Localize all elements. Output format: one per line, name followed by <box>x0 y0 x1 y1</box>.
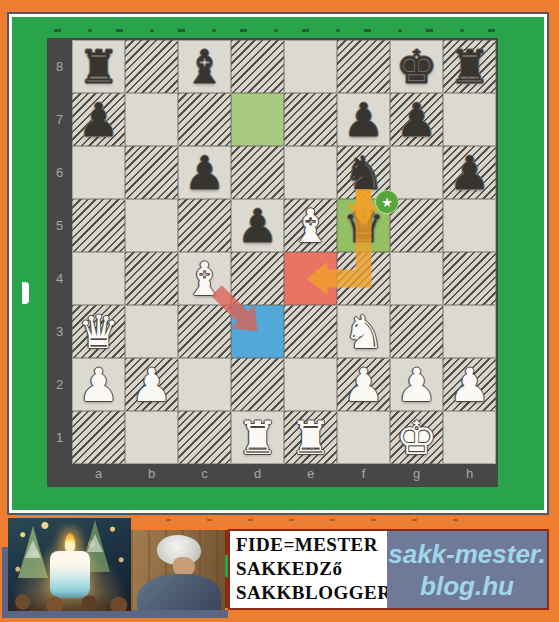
square-h7[interactable] <box>443 93 496 146</box>
cropped-top-strip <box>54 29 499 32</box>
portrait-jacket <box>137 574 221 610</box>
square-b7[interactable] <box>125 93 178 146</box>
chess-master-portrait-photo <box>131 530 225 610</box>
black-pawn: ♟ <box>78 97 119 143</box>
pinecones <box>8 591 131 611</box>
square-g5[interactable] <box>390 199 443 252</box>
square-e8[interactable] <box>284 40 337 93</box>
square-c6[interactable]: ♟ <box>178 146 231 199</box>
square-f1[interactable] <box>337 411 390 464</box>
square-g3[interactable] <box>390 305 443 358</box>
square-f3[interactable]: ♞ <box>337 305 390 358</box>
white-rook: ♜ <box>237 415 278 461</box>
square-g2[interactable]: ♟ <box>390 358 443 411</box>
banner-line-3: SAKKBLOGGER <box>236 581 387 605</box>
white-pawn: ♟ <box>449 362 490 408</box>
square-b2[interactable]: ♟ <box>125 358 178 411</box>
black-rook: ♜ <box>449 44 490 90</box>
square-a7[interactable]: ♟ <box>72 93 125 146</box>
white-pawn: ♟ <box>396 362 437 408</box>
black-pawn: ♟ <box>449 150 490 196</box>
white-pawn: ♟ <box>343 362 384 408</box>
file-label-d: d <box>231 466 284 485</box>
blog-url-line-2: blog.hu <box>420 570 514 602</box>
square-g1[interactable]: ♚ <box>390 411 443 464</box>
footer-shadow-bottom <box>2 610 228 618</box>
square-d4[interactable] <box>231 252 284 305</box>
square-b4[interactable] <box>125 252 178 305</box>
square-g8[interactable]: ♚ <box>390 40 443 93</box>
square-f4[interactable] <box>337 252 390 305</box>
square-h6[interactable]: ♟ <box>443 146 496 199</box>
black-pawn: ♟ <box>237 203 278 249</box>
square-a8[interactable]: ♜ <box>72 40 125 93</box>
blog-url-line-1: sakk-mester. <box>388 538 546 570</box>
square-a3[interactable]: ♛ <box>72 305 125 358</box>
file-label-a: a <box>72 466 125 485</box>
square-h3[interactable] <box>443 305 496 358</box>
board-grid[interactable]: ♜♝♚♜♟♟♟♟♞♟♟♝♛♝♛♞♟♟♟♟♟♜♜♚ <box>72 40 496 464</box>
square-g4[interactable] <box>390 252 443 305</box>
rank-labels: 87654321 <box>47 40 72 464</box>
square-a4[interactable] <box>72 252 125 305</box>
black-king: ♚ <box>396 44 437 90</box>
square-c1[interactable] <box>178 411 231 464</box>
square-f8[interactable] <box>337 40 390 93</box>
square-a6[interactable] <box>72 146 125 199</box>
blog-url-box: sakk-mester. blog.hu <box>387 531 547 608</box>
square-c5[interactable] <box>178 199 231 252</box>
white-bishop: ♝ <box>184 256 225 302</box>
square-e4[interactable] <box>284 252 337 305</box>
square-c7[interactable] <box>178 93 231 146</box>
white-pawn: ♟ <box>78 362 119 408</box>
square-d3[interactable] <box>231 305 284 358</box>
rank-label-3: 3 <box>47 305 72 358</box>
square-b8[interactable] <box>125 40 178 93</box>
square-h2[interactable]: ♟ <box>443 358 496 411</box>
file-label-b: b <box>125 466 178 485</box>
square-d7[interactable] <box>231 93 284 146</box>
square-b6[interactable] <box>125 146 178 199</box>
square-d8[interactable] <box>231 40 284 93</box>
file-label-e: e <box>284 466 337 485</box>
square-e6[interactable] <box>284 146 337 199</box>
square-d2[interactable] <box>231 358 284 411</box>
tree-icon <box>18 526 48 578</box>
white-rook: ♜ <box>290 415 331 461</box>
footer-banner: FIDE=MESTER SAKKEDZő SAKKBLOGGER sakk-me… <box>228 529 549 610</box>
white-queen: ♛ <box>78 309 119 355</box>
square-b5[interactable] <box>125 199 178 252</box>
black-knight: ♞ <box>343 150 384 196</box>
square-e1[interactable]: ♜ <box>284 411 337 464</box>
black-pawn: ♟ <box>343 97 384 143</box>
square-h5[interactable] <box>443 199 496 252</box>
file-label-f: f <box>337 466 390 485</box>
left-edge-notch <box>22 282 29 304</box>
square-c4[interactable]: ♝ <box>178 252 231 305</box>
black-rook: ♜ <box>78 44 119 90</box>
candle-flame <box>64 533 75 553</box>
rank-label-4: 4 <box>47 252 72 305</box>
black-bishop: ♝ <box>184 44 225 90</box>
square-e3[interactable] <box>284 305 337 358</box>
title-box: FIDE=MESTER SAKKEDZő SAKKBLOGGER <box>230 531 387 608</box>
white-knight: ♞ <box>343 309 384 355</box>
square-d5[interactable]: ♟ <box>231 199 284 252</box>
square-f2[interactable]: ♟ <box>337 358 390 411</box>
christmas-candle-photo <box>8 518 131 611</box>
file-labels: abcdefgh <box>72 466 496 485</box>
file-label-c: c <box>178 466 231 485</box>
square-h1[interactable] <box>443 411 496 464</box>
square-e7[interactable] <box>284 93 337 146</box>
square-c3[interactable] <box>178 305 231 358</box>
square-c2[interactable] <box>178 358 231 411</box>
square-b1[interactable] <box>125 411 178 464</box>
black-pawn: ♟ <box>184 150 225 196</box>
square-c8[interactable]: ♝ <box>178 40 231 93</box>
rank-label-2: 2 <box>47 358 72 411</box>
square-b3[interactable] <box>125 305 178 358</box>
square-h4[interactable] <box>443 252 496 305</box>
square-a1[interactable] <box>72 411 125 464</box>
cropped-bottom-strip <box>84 519 469 521</box>
square-g6[interactable] <box>390 146 443 199</box>
banner-line-1: FIDE=MESTER <box>236 533 387 557</box>
rank-label-1: 1 <box>47 411 72 464</box>
chess-board: 87654321 ♜♝♚♜♟♟♟♟♞♟♟♝♛♝♛♞♟♟♟♟♟♜♜♚ abcdef… <box>47 38 498 487</box>
square-f7[interactable]: ♟ <box>337 93 390 146</box>
rank-label-5: 5 <box>47 199 72 252</box>
file-label-g: g <box>390 466 443 485</box>
white-pawn: ♟ <box>131 362 172 408</box>
white-king: ♚ <box>396 415 437 461</box>
square-e2[interactable] <box>284 358 337 411</box>
square-h8[interactable]: ♜ <box>443 40 496 93</box>
square-a2[interactable]: ♟ <box>72 358 125 411</box>
square-d1[interactable]: ♜ <box>231 411 284 464</box>
rank-label-8: 8 <box>47 40 72 93</box>
white-bishop: ♝ <box>290 203 331 249</box>
rank-label-6: 6 <box>47 146 72 199</box>
rank-label-7: 7 <box>47 93 72 146</box>
best-move-star-badge: ★ <box>375 190 399 214</box>
black-pawn: ♟ <box>396 97 437 143</box>
square-e5[interactable]: ♝ <box>284 199 337 252</box>
square-d6[interactable] <box>231 146 284 199</box>
square-g7[interactable]: ♟ <box>390 93 443 146</box>
file-label-h: h <box>443 466 496 485</box>
banner-line-2: SAKKEDZő <box>236 557 387 581</box>
square-a5[interactable] <box>72 199 125 252</box>
